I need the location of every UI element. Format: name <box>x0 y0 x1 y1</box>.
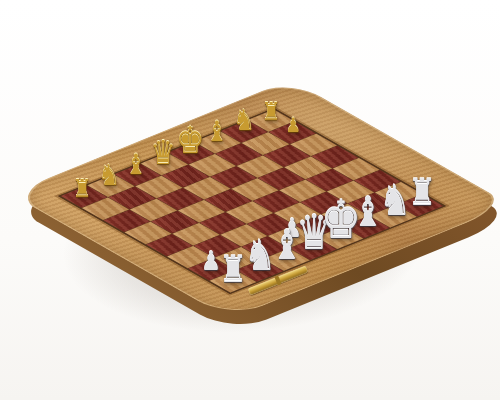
piece-black-bishop-c8[interactable]: ♝ <box>126 151 147 179</box>
piece-black-rook-h8[interactable]: ♜ <box>262 98 281 123</box>
piece-black-pawn-h7[interactable]: ♟ <box>285 115 300 135</box>
piece-white-rook-a1[interactable]: ♜ <box>219 251 247 288</box>
piece-black-bishop-f8[interactable]: ♝ <box>207 118 228 146</box>
pieces-layer: ♜♞♝♛♚♝♞♜♟♟♟♜♞♝♛♚♝♞♜ <box>0 0 500 400</box>
piece-black-queen-d8[interactable]: ♛ <box>151 136 176 169</box>
piece-black-rook-a8[interactable]: ♜ <box>73 175 92 200</box>
chess-set-photo: ♜♞♝♛♚♝♞♜♟♟♟♜♞♝♛♚♝♞♜ <box>0 0 500 400</box>
piece-black-knight-g8[interactable]: ♞ <box>233 106 255 135</box>
piece-white-rook-h1[interactable]: ♜ <box>408 174 436 211</box>
piece-white-knight-g1[interactable]: ♞ <box>379 181 411 223</box>
piece-black-king-e8[interactable]: ♚ <box>176 121 204 158</box>
piece-black-knight-b8[interactable]: ♞ <box>98 161 120 190</box>
